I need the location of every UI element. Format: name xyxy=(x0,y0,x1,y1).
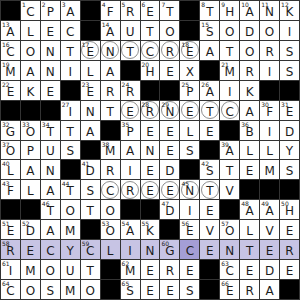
grid-cell[interactable]: A xyxy=(21,160,41,180)
grid-cell[interactable]: 8T xyxy=(200,1,220,21)
grid-cell[interactable]: A xyxy=(41,220,61,240)
grid-cell[interactable]: 56E xyxy=(180,220,200,240)
clue-number: 5 xyxy=(122,1,126,8)
grid-cell[interactable]: 27I xyxy=(61,101,81,121)
grid-cell[interactable]: 12K xyxy=(280,1,300,21)
grid-cell[interactable]: E xyxy=(41,21,61,41)
block-cell xyxy=(101,280,121,300)
cell-letter: L xyxy=(81,66,100,79)
grid-cell[interactable]: Y xyxy=(61,240,81,260)
cell-letter: T xyxy=(61,126,80,139)
grid-cell[interactable]: M xyxy=(21,260,41,280)
grid-cell[interactable]: 52D xyxy=(21,220,41,240)
grid-cell[interactable]: O xyxy=(21,41,41,61)
clue-number: 25 xyxy=(181,81,189,88)
block-cell xyxy=(21,200,41,220)
grid-cell[interactable]: 11N xyxy=(260,1,280,21)
grid-cell[interactable]: O xyxy=(41,260,61,280)
grid-cell[interactable]: T xyxy=(121,41,141,61)
grid-cell[interactable]: N xyxy=(41,160,61,180)
grid-cell[interactable]: 59C xyxy=(81,240,101,260)
grid-cell[interactable]: 47D xyxy=(160,200,180,220)
cell-letter: A xyxy=(81,126,100,139)
grid-cell[interactable]: 2P xyxy=(41,1,61,21)
grid-cell[interactable]: 7T xyxy=(160,1,180,21)
block-cell xyxy=(21,101,41,121)
grid-cell[interactable]: 17E xyxy=(81,41,101,61)
cell-letter: T xyxy=(141,26,160,39)
cell-letter: E xyxy=(121,106,140,119)
grid-cell[interactable]: S xyxy=(180,280,200,300)
grid-cell[interactable]: C xyxy=(220,101,240,121)
grid-cell[interactable]: E xyxy=(41,81,61,101)
grid-cell[interactable]: E xyxy=(141,260,161,280)
grid-cell[interactable]: S xyxy=(280,160,300,180)
grid-cell[interactable]: I xyxy=(260,121,280,141)
grid-cell[interactable]: V xyxy=(220,180,240,200)
block-cell xyxy=(180,1,200,21)
grid-cell[interactable]: A xyxy=(240,101,260,121)
grid-cell[interactable]: T xyxy=(81,200,101,220)
grid-cell[interactable]: 40L xyxy=(1,160,21,180)
cell-letter: O xyxy=(21,285,40,298)
grid-cell[interactable]: U xyxy=(41,141,61,161)
grid-cell[interactable]: 44T xyxy=(61,180,81,200)
grid-cell[interactable]: 26A xyxy=(200,81,220,101)
clue-number: 53 xyxy=(102,220,110,227)
cell-letter: E xyxy=(160,66,179,79)
grid-cell[interactable]: T xyxy=(200,101,220,121)
grid-cell[interactable]: 25P xyxy=(180,81,200,101)
block-cell xyxy=(121,61,141,81)
clue-number: 16 xyxy=(2,41,10,48)
grid-cell[interactable]: 5R xyxy=(121,1,141,21)
grid-cell[interactable]: I xyxy=(121,240,141,260)
grid-cell[interactable]: 41D xyxy=(81,160,101,180)
grid-cell[interactable]: T xyxy=(81,260,101,280)
clue-number: 43 xyxy=(2,180,10,187)
cell-letter: L xyxy=(260,145,279,158)
grid-cell[interactable]: 30F xyxy=(260,101,280,121)
block-cell xyxy=(200,141,220,161)
cell-letter: L xyxy=(240,225,259,238)
grid-cell[interactable]: 36B xyxy=(240,121,260,141)
grid-cell[interactable]: A xyxy=(200,41,220,61)
clue-number: 10 xyxy=(241,1,249,8)
grid-cell[interactable]: 51E xyxy=(1,220,21,240)
cell-letter: V xyxy=(220,185,239,198)
cell-letter: S xyxy=(280,66,299,79)
grid-cell[interactable]: 22E xyxy=(1,81,21,101)
grid-cell[interactable]: E xyxy=(280,220,300,240)
grid-cell[interactable]: N xyxy=(101,41,121,61)
grid-cell[interactable]: V xyxy=(200,220,220,240)
cell-letter: E xyxy=(240,265,259,278)
grid-cell[interactable]: 43F xyxy=(1,180,21,200)
grid-cell[interactable]: 37O xyxy=(1,141,21,161)
cell-letter: A xyxy=(121,145,140,158)
block-cell xyxy=(61,81,81,101)
grid-cell[interactable]: L xyxy=(240,220,260,240)
clue-number: 49 xyxy=(261,200,269,207)
clue-number: 24 xyxy=(122,81,130,88)
grid-cell[interactable]: 9H xyxy=(220,1,240,21)
grid-cell[interactable]: E xyxy=(160,280,180,300)
grid-cell[interactable]: R xyxy=(280,240,300,260)
grid-cell[interactable]: 15S xyxy=(200,21,220,41)
cell-letter: E xyxy=(200,245,219,258)
grid-cell[interactable]: Y xyxy=(280,141,300,161)
grid-cell[interactable]: 6E xyxy=(141,1,161,21)
grid-cell[interactable]: N xyxy=(41,61,61,81)
cell-letter: E xyxy=(160,145,179,158)
clue-number: 46 xyxy=(42,200,50,207)
grid-cell[interactable]: S xyxy=(81,180,101,200)
grid-cell[interactable]: 1C xyxy=(21,1,41,21)
grid-cell[interactable]: R xyxy=(101,81,121,101)
grid-cell[interactable]: 61I xyxy=(1,260,21,280)
block-cell xyxy=(180,21,200,41)
grid-cell[interactable]: K xyxy=(240,81,260,101)
clue-number: 4 xyxy=(102,1,106,8)
grid-cell[interactable]: E xyxy=(160,61,180,81)
cell-letter: E xyxy=(280,265,299,278)
cell-letter: I xyxy=(260,66,279,79)
cell-letter: S xyxy=(81,185,100,198)
cell-letter: S xyxy=(180,285,199,298)
cell-letter: E xyxy=(141,185,160,198)
grid-cell[interactable]: S xyxy=(180,141,200,161)
grid-cell[interactable]: O xyxy=(81,280,101,300)
grid-cell[interactable]: 50H xyxy=(280,200,300,220)
block-cell xyxy=(101,260,121,280)
clue-number: 60 xyxy=(161,240,169,247)
grid-cell[interactable]: 10A xyxy=(240,1,260,21)
cell-letter: E xyxy=(180,106,199,119)
cell-letter: Y xyxy=(61,245,80,258)
grid-cell[interactable]: A xyxy=(41,180,61,200)
grid-cell[interactable]: R xyxy=(121,180,141,200)
block-cell xyxy=(160,220,180,240)
cell-letter: N xyxy=(220,245,239,258)
grid-cell[interactable]: I xyxy=(180,200,200,220)
grid-cell[interactable]: S xyxy=(280,61,300,81)
cell-letter: E xyxy=(160,185,179,198)
clue-number: 61 xyxy=(2,260,10,267)
grid-cell[interactable]: 35P xyxy=(121,121,141,141)
cell-letter: T xyxy=(81,205,100,218)
grid-cell[interactable]: T xyxy=(101,101,121,121)
clue-number: 51 xyxy=(2,220,10,227)
grid-cell[interactable]: O xyxy=(61,200,81,220)
grid-cell[interactable]: 24R xyxy=(121,81,141,101)
cell-letter: V xyxy=(200,225,219,238)
grid-cell[interactable]: D xyxy=(260,260,280,280)
grid-cell[interactable]: L xyxy=(21,21,41,41)
cell-letter: L xyxy=(21,26,40,39)
cell-letter: M xyxy=(61,225,80,238)
grid-cell[interactable]: S xyxy=(41,280,61,300)
cell-letter: N xyxy=(41,66,60,79)
grid-cell[interactable]: E xyxy=(160,121,180,141)
grid-cell[interactable]: C xyxy=(180,240,200,260)
cell-letter: E xyxy=(141,126,160,139)
grid-cell[interactable]: 39A xyxy=(220,141,240,161)
grid-cell[interactable]: 29N xyxy=(160,101,180,121)
grid-cell[interactable]: D xyxy=(240,21,260,41)
cell-letter: D xyxy=(240,26,259,39)
grid-cell[interactable]: 55K xyxy=(141,220,161,240)
grid-cell[interactable]: L xyxy=(21,180,41,200)
clue-number: 45 xyxy=(181,180,189,187)
grid-cell[interactable]: E xyxy=(21,240,41,260)
grid-cell[interactable]: E xyxy=(160,180,180,200)
grid-cell[interactable]: 4F xyxy=(101,1,121,21)
clue-number: 57 xyxy=(221,220,229,227)
block-cell xyxy=(81,220,101,240)
block-cell xyxy=(1,101,21,121)
cell-letter: A xyxy=(41,225,60,238)
grid-cell[interactable]: 62M xyxy=(121,260,141,280)
grid-cell[interactable]: 60G xyxy=(160,240,180,260)
grid-cell[interactable]: 42S xyxy=(200,160,220,180)
block-cell xyxy=(41,101,61,121)
grid-cell[interactable]: X xyxy=(180,61,200,81)
grid-cell[interactable]: O xyxy=(260,21,280,41)
cell-letter: X xyxy=(180,66,199,79)
cell-letter: L xyxy=(21,185,40,198)
grid-cell[interactable]: M xyxy=(61,280,81,300)
grid-cell[interactable]: E xyxy=(141,280,161,300)
grid-cell[interactable]: A xyxy=(21,61,41,81)
block-cell xyxy=(61,160,81,180)
grid-cell[interactable]: T xyxy=(220,160,240,180)
grid-cell[interactable]: 48A xyxy=(240,200,260,220)
cell-letter: A xyxy=(41,185,60,198)
grid-cell[interactable]: E xyxy=(180,101,200,121)
clue-number: 39 xyxy=(221,141,229,148)
cell-letter: I xyxy=(280,26,299,39)
grid-cell[interactable]: N xyxy=(141,240,161,260)
cell-letter: R xyxy=(160,46,179,59)
cell-letter: M xyxy=(260,165,279,178)
cell-letter: U xyxy=(41,145,60,158)
cell-letter: E xyxy=(141,285,160,298)
grid-cell[interactable]: E xyxy=(200,200,220,220)
grid-cell[interactable]: R xyxy=(240,61,260,81)
block-cell xyxy=(1,200,21,220)
block-cell xyxy=(101,121,121,141)
grid-cell[interactable]: I xyxy=(280,21,300,41)
grid-cell[interactable]: 65S xyxy=(121,280,141,300)
clue-number: 30 xyxy=(261,101,269,108)
grid-cell[interactable]: 28R xyxy=(141,101,161,121)
cell-letter: R xyxy=(160,265,179,278)
grid-cell[interactable]: E xyxy=(180,260,200,280)
grid-cell[interactable]: D xyxy=(280,121,300,141)
grid-cell[interactable]: I xyxy=(61,61,81,81)
grid-cell[interactable]: E xyxy=(260,240,280,260)
grid-cell[interactable]: N xyxy=(41,41,61,61)
grid-cell[interactable]: P xyxy=(21,141,41,161)
cell-letter: R xyxy=(240,66,259,79)
grid-cell[interactable]: R xyxy=(101,160,121,180)
grid-cell[interactable]: K xyxy=(21,81,41,101)
grid-cell[interactable]: 21M xyxy=(220,61,240,81)
grid-cell[interactable]: 58R xyxy=(1,240,21,260)
grid-cell[interactable]: E xyxy=(240,260,260,280)
block-cell xyxy=(280,280,300,300)
cell-letter: O xyxy=(240,46,259,59)
clue-number: 64 xyxy=(2,280,10,287)
grid-cell[interactable]: O xyxy=(101,200,121,220)
clue-number: 9 xyxy=(221,1,225,8)
grid-cell[interactable]: O xyxy=(240,41,260,61)
grid-cell[interactable]: T xyxy=(220,41,240,61)
grid-cell[interactable]: C xyxy=(101,180,121,200)
grid-cell[interactable]: 3A xyxy=(61,1,81,21)
grid-cell[interactable]: 63C xyxy=(220,260,240,280)
cell-letter: N xyxy=(101,46,120,59)
grid-cell[interactable]: 66E xyxy=(220,280,240,300)
cell-letter: P xyxy=(21,145,40,158)
grid-cell[interactable]: T xyxy=(61,121,81,141)
cell-letter: C xyxy=(141,46,160,59)
cell-letter: T xyxy=(240,245,259,258)
grid-cell[interactable]: N xyxy=(141,141,161,161)
grid-cell[interactable]: 18E xyxy=(180,41,200,61)
grid-cell[interactable]: R xyxy=(160,260,180,280)
grid-cell[interactable]: R xyxy=(240,280,260,300)
grid-cell[interactable]: R xyxy=(160,41,180,61)
grid-cell[interactable]: A xyxy=(260,280,280,300)
cell-letter: O xyxy=(21,46,40,59)
grid-cell[interactable]: 19M xyxy=(1,61,21,81)
grid-cell[interactable]: 34T xyxy=(41,121,61,141)
cell-letter: M xyxy=(61,285,80,298)
cell-letter: T xyxy=(61,46,80,59)
grid-cell[interactable]: V xyxy=(260,220,280,240)
grid-cell[interactable]: T xyxy=(240,240,260,260)
grid-cell[interactable]: E xyxy=(160,141,180,161)
grid-cell[interactable]: L xyxy=(81,61,101,81)
block-cell xyxy=(160,81,180,101)
grid-cell[interactable]: 23E xyxy=(81,81,101,101)
grid-cell[interactable]: D xyxy=(160,160,180,180)
grid-cell[interactable]: A xyxy=(81,121,101,141)
cell-letter: V xyxy=(260,225,279,238)
grid-cell[interactable]: U xyxy=(121,21,141,41)
grid-cell[interactable]: U xyxy=(61,260,81,280)
grid-cell[interactable]: 57O xyxy=(220,220,240,240)
clue-number: 62 xyxy=(122,260,130,267)
cell-letter: K xyxy=(240,86,259,99)
cell-letter: S xyxy=(280,46,299,59)
cell-letter: N xyxy=(41,46,60,59)
grid-cell[interactable]: E xyxy=(141,121,161,141)
grid-cell[interactable]: L xyxy=(101,240,121,260)
block-cell xyxy=(200,280,220,300)
grid-cell[interactable]: C xyxy=(41,240,61,260)
clue-number: 42 xyxy=(201,160,209,167)
grid-cell[interactable]: O xyxy=(21,280,41,300)
grid-cell[interactable]: L xyxy=(240,141,260,161)
grid-cell[interactable]: 53O xyxy=(101,220,121,240)
grid-cell[interactable]: 31E xyxy=(280,101,300,121)
cell-letter: I xyxy=(61,66,80,79)
clue-number: 44 xyxy=(62,180,70,187)
grid-cell[interactable]: 54A xyxy=(121,220,141,240)
cell-letter: T xyxy=(200,106,219,119)
grid-cell[interactable]: 45N xyxy=(180,180,200,200)
grid-cell[interactable]: L xyxy=(260,141,280,161)
cell-letter: L xyxy=(101,245,120,258)
grid-cell[interactable]: E xyxy=(280,260,300,280)
grid-cell[interactable]: I xyxy=(260,61,280,81)
clue-number: 29 xyxy=(161,101,169,108)
grid-cell[interactable]: 16C xyxy=(1,41,21,61)
grid-cell[interactable]: M xyxy=(61,220,81,240)
grid-cell[interactable]: 14A xyxy=(101,21,121,41)
cell-letter: O xyxy=(61,205,80,218)
grid-cell[interactable]: 33O xyxy=(21,121,41,141)
cell-letter: A xyxy=(21,66,40,79)
grid-cell[interactable]: T xyxy=(141,21,161,41)
clue-number: 35 xyxy=(122,121,130,128)
grid-cell[interactable]: 64C xyxy=(1,280,21,300)
cell-letter: E xyxy=(260,245,279,258)
grid-cell[interactable]: 49A xyxy=(260,200,280,220)
grid-cell[interactable]: 32G xyxy=(1,121,21,141)
clue-number: 15 xyxy=(201,21,209,28)
grid-cell[interactable]: C xyxy=(61,21,81,41)
grid-cell[interactable]: C xyxy=(141,41,161,61)
grid-cell[interactable]: E xyxy=(121,101,141,121)
grid-cell[interactable]: N xyxy=(81,101,101,121)
grid-cell[interactable]: I xyxy=(121,160,141,180)
grid-cell[interactable]: L xyxy=(180,121,200,141)
clue-number: 50 xyxy=(281,200,289,207)
grid-cell[interactable]: T xyxy=(200,180,220,200)
grid-cell[interactable]: 46T xyxy=(41,200,61,220)
grid-cell[interactable]: R xyxy=(260,41,280,61)
grid-cell[interactable]: T xyxy=(61,41,81,61)
grid-cell[interactable]: N xyxy=(220,240,240,260)
grid-cell[interactable]: 38M xyxy=(101,141,121,161)
grid-cell[interactable]: S xyxy=(280,41,300,61)
cell-letter: T xyxy=(121,46,140,59)
grid-cell[interactable]: E xyxy=(200,121,220,141)
grid-cell[interactable]: A xyxy=(101,61,121,81)
grid-cell[interactable]: O xyxy=(220,21,240,41)
grid-cell[interactable]: I xyxy=(220,81,240,101)
grid-cell[interactable]: S xyxy=(61,141,81,161)
cell-letter: C xyxy=(180,245,199,258)
grid-cell[interactable]: A xyxy=(121,141,141,161)
clue-number: 20 xyxy=(142,61,150,68)
grid-cell[interactable]: 20H xyxy=(141,61,161,81)
cell-letter: E xyxy=(200,205,219,218)
grid-cell[interactable]: E xyxy=(141,160,161,180)
cell-letter: C xyxy=(220,106,239,119)
grid-cell[interactable]: E xyxy=(200,240,220,260)
grid-cell[interactable]: 13A xyxy=(1,21,21,41)
block-cell xyxy=(141,200,161,220)
grid-cell[interactable]: O xyxy=(160,21,180,41)
grid-cell[interactable]: M xyxy=(260,160,280,180)
grid-cell[interactable]: E xyxy=(240,160,260,180)
grid-cell[interactable]: E xyxy=(141,180,161,200)
